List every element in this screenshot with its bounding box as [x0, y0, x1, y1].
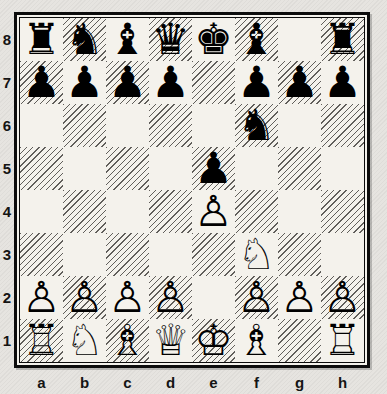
- black-knight: ♞: [237, 104, 276, 147]
- square-g4[interactable]: [278, 190, 321, 233]
- square-a2[interactable]: ♙: [20, 276, 63, 319]
- black-king: ♚: [194, 18, 233, 61]
- square-f6[interactable]: ♞: [235, 104, 278, 147]
- square-g7[interactable]: ♟: [278, 61, 321, 104]
- square-h2[interactable]: ♙: [321, 276, 364, 319]
- square-d8[interactable]: ♛: [149, 18, 192, 61]
- white-pawn: ♙: [280, 276, 319, 319]
- white-knight: ♘: [65, 319, 104, 362]
- rank-label-3: 3: [0, 233, 14, 276]
- white-pawn: ♙: [323, 276, 362, 319]
- square-d7[interactable]: ♟: [149, 61, 192, 104]
- black-pawn: ♟: [151, 61, 190, 104]
- file-labels: abcdefgh: [20, 370, 364, 394]
- square-a5[interactable]: [20, 147, 63, 190]
- white-pawn: ♙: [65, 276, 104, 319]
- rank-label-5: 5: [0, 147, 14, 190]
- square-h3[interactable]: [321, 233, 364, 276]
- white-pawn: ♙: [194, 190, 233, 233]
- square-e7[interactable]: [192, 61, 235, 104]
- square-b7[interactable]: ♟: [63, 61, 106, 104]
- black-queen: ♛: [151, 18, 190, 61]
- square-h5[interactable]: [321, 147, 364, 190]
- square-e2[interactable]: [192, 276, 235, 319]
- black-rook: ♜: [323, 18, 362, 61]
- square-c7[interactable]: ♟: [106, 61, 149, 104]
- square-a6[interactable]: [20, 104, 63, 147]
- square-b1[interactable]: ♘: [63, 319, 106, 362]
- black-pawn: ♟: [323, 61, 362, 104]
- square-f5[interactable]: [235, 147, 278, 190]
- rank-label-1: 1: [0, 319, 14, 362]
- rank-labels: 87654321: [0, 18, 14, 362]
- square-h1[interactable]: ♖: [321, 319, 364, 362]
- black-pawn: ♟: [65, 61, 104, 104]
- square-f3[interactable]: ♘: [235, 233, 278, 276]
- square-g1[interactable]: [278, 319, 321, 362]
- square-e5[interactable]: ♟: [192, 147, 235, 190]
- white-king: ♔: [194, 319, 233, 362]
- square-b8[interactable]: ♞: [63, 18, 106, 61]
- page-background: 87654321 ♜♞♝♛♚♝♜♟♟♟♟♟♟♟♞♟♙♘♙♙♙♙♙♙♙♖♘♗♕♔♗…: [0, 0, 387, 394]
- white-rook: ♖: [323, 319, 362, 362]
- black-pawn: ♟: [108, 61, 147, 104]
- chess-board: ♜♞♝♛♚♝♜♟♟♟♟♟♟♟♞♟♙♘♙♙♙♙♙♙♙♖♘♗♕♔♗♖: [19, 17, 365, 363]
- rank-label-4: 4: [0, 190, 14, 233]
- square-g8[interactable]: [278, 18, 321, 61]
- square-b4[interactable]: [63, 190, 106, 233]
- square-h4[interactable]: [321, 190, 364, 233]
- file-label-h: h: [321, 370, 364, 394]
- square-d4[interactable]: [149, 190, 192, 233]
- black-pawn: ♟: [22, 61, 61, 104]
- square-f1[interactable]: ♗: [235, 319, 278, 362]
- white-bishop: ♗: [108, 319, 147, 362]
- file-label-d: d: [149, 370, 192, 394]
- file-label-b: b: [63, 370, 106, 394]
- white-pawn: ♙: [108, 276, 147, 319]
- square-a4[interactable]: [20, 190, 63, 233]
- square-g3[interactable]: [278, 233, 321, 276]
- black-knight: ♞: [65, 18, 104, 61]
- square-b6[interactable]: [63, 104, 106, 147]
- square-g6[interactable]: [278, 104, 321, 147]
- rank-label-8: 8: [0, 18, 14, 61]
- black-bishop: ♝: [237, 18, 276, 61]
- square-b5[interactable]: [63, 147, 106, 190]
- square-a3[interactable]: [20, 233, 63, 276]
- rank-label-6: 6: [0, 104, 14, 147]
- file-label-f: f: [235, 370, 278, 394]
- square-d2[interactable]: ♙: [149, 276, 192, 319]
- square-f4[interactable]: [235, 190, 278, 233]
- black-bishop: ♝: [108, 18, 147, 61]
- white-knight: ♘: [237, 233, 276, 276]
- square-b2[interactable]: ♙: [63, 276, 106, 319]
- white-bishop: ♗: [237, 319, 276, 362]
- square-g5[interactable]: [278, 147, 321, 190]
- square-c6[interactable]: [106, 104, 149, 147]
- white-rook: ♖: [22, 319, 61, 362]
- square-c1[interactable]: ♗: [106, 319, 149, 362]
- square-a1[interactable]: ♖: [20, 319, 63, 362]
- rank-label-2: 2: [0, 276, 14, 319]
- square-h7[interactable]: ♟: [321, 61, 364, 104]
- white-pawn: ♙: [151, 276, 190, 319]
- square-e3[interactable]: [192, 233, 235, 276]
- square-h6[interactable]: [321, 104, 364, 147]
- square-c5[interactable]: [106, 147, 149, 190]
- file-label-a: a: [20, 370, 63, 394]
- square-c4[interactable]: [106, 190, 149, 233]
- white-queen: ♕: [151, 319, 190, 362]
- square-e6[interactable]: [192, 104, 235, 147]
- square-h8[interactable]: ♜: [321, 18, 364, 61]
- black-pawn: ♟: [194, 147, 233, 190]
- file-label-e: e: [192, 370, 235, 394]
- square-e1[interactable]: ♔: [192, 319, 235, 362]
- square-d1[interactable]: ♕: [149, 319, 192, 362]
- square-c2[interactable]: ♙: [106, 276, 149, 319]
- square-f7[interactable]: ♟: [235, 61, 278, 104]
- file-label-g: g: [278, 370, 321, 394]
- file-label-c: c: [106, 370, 149, 394]
- square-c8[interactable]: ♝: [106, 18, 149, 61]
- square-d3[interactable]: [149, 233, 192, 276]
- square-g2[interactable]: ♙: [278, 276, 321, 319]
- white-pawn: ♙: [237, 276, 276, 319]
- square-c3[interactable]: [106, 233, 149, 276]
- chess-board-frame: ♜♞♝♛♚♝♜♟♟♟♟♟♟♟♞♟♙♘♙♙♙♙♙♙♙♖♘♗♕♔♗♖: [14, 12, 370, 368]
- white-pawn: ♙: [22, 276, 61, 319]
- square-e8[interactable]: ♚: [192, 18, 235, 61]
- black-pawn: ♟: [237, 61, 276, 104]
- square-a7[interactable]: ♟: [20, 61, 63, 104]
- black-pawn: ♟: [280, 61, 319, 104]
- black-rook: ♜: [22, 18, 61, 61]
- square-a8[interactable]: ♜: [20, 18, 63, 61]
- square-b3[interactable]: [63, 233, 106, 276]
- square-f2[interactable]: ♙: [235, 276, 278, 319]
- square-e4[interactable]: ♙: [192, 190, 235, 233]
- square-f8[interactable]: ♝: [235, 18, 278, 61]
- square-d5[interactable]: [149, 147, 192, 190]
- square-d6[interactable]: [149, 104, 192, 147]
- rank-label-7: 7: [0, 61, 14, 104]
